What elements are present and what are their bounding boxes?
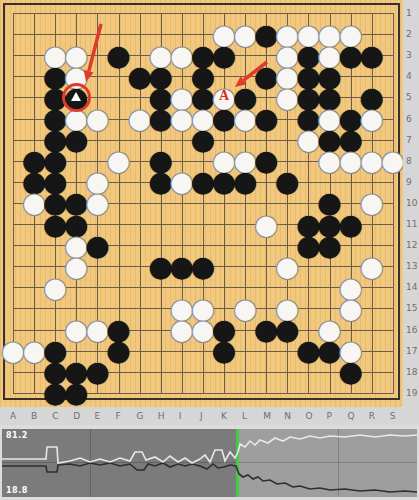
col-label-D: D <box>73 411 80 421</box>
stone-black-P12[interactable]: ● <box>319 235 340 256</box>
stone-black-H6[interactable]: ● <box>150 108 171 129</box>
stone-black-H13[interactable]: ● <box>150 256 171 277</box>
stone-black-O17[interactable]: ● <box>298 340 319 361</box>
stone-white-B10[interactable]: ● <box>24 192 45 213</box>
winrate-graph-panel[interactable]: 81.2 18.8 <box>0 425 419 500</box>
row-label-7: 7 <box>406 135 412 145</box>
col-label-H: H <box>158 411 165 421</box>
go-app-window: ●●●●●●●●●●●●●●●●●●●●●●●●●●●●●●●●●●●●●●●●… <box>0 0 419 500</box>
stone-black-F3[interactable]: ● <box>108 45 129 66</box>
stone-white-G6[interactable]: ● <box>129 108 150 129</box>
col-label-L: L <box>242 411 247 421</box>
col-label-J: J <box>200 411 203 421</box>
stone-black-E18[interactable]: ● <box>87 361 108 382</box>
row-coordinates-strip: 12345678910111213141516171819 <box>403 0 419 407</box>
row-label-4: 4 <box>406 71 412 81</box>
col-label-P: P <box>327 411 332 421</box>
stone-white-R10[interactable]: ● <box>361 192 382 213</box>
stone-white-I9[interactable]: ● <box>171 171 192 192</box>
row-label-11: 11 <box>406 219 417 229</box>
stone-black-Q3[interactable]: ● <box>340 45 361 66</box>
stone-black-J9[interactable]: ● <box>192 171 213 192</box>
stone-white-L2[interactable]: ● <box>235 24 256 45</box>
stone-white-E10[interactable]: ● <box>87 192 108 213</box>
column-coordinates-strip: ABCDEFGHIJKLMNOPQRS <box>0 407 419 425</box>
stone-white-R8[interactable]: ● <box>361 150 382 171</box>
col-label-B: B <box>31 411 37 421</box>
stone-white-N13[interactable]: ● <box>277 256 298 277</box>
row-label-1: 1 <box>406 8 412 18</box>
stone-white-F8[interactable]: ● <box>108 150 129 171</box>
col-label-S: S <box>390 411 396 421</box>
row-label-9: 9 <box>406 177 412 187</box>
stone-black-D7[interactable]: ● <box>66 129 87 150</box>
stone-black-K6[interactable]: ● <box>214 108 235 129</box>
stone-black-N9[interactable]: ● <box>277 171 298 192</box>
row-label-8: 8 <box>406 156 412 166</box>
stone-black-Q18[interactable]: ● <box>340 361 361 382</box>
stone-black-E12[interactable]: ● <box>87 235 108 256</box>
stone-white-R6[interactable]: ● <box>361 108 382 129</box>
winrate-bottom-label: 18.8 <box>6 486 28 495</box>
grid-line-vertical <box>393 13 394 394</box>
stone-white-D16[interactable]: ● <box>66 319 87 340</box>
row-label-14: 14 <box>406 282 417 292</box>
stone-black-D19[interactable]: ● <box>66 382 87 403</box>
col-label-I: I <box>179 411 182 421</box>
col-label-R: R <box>369 411 375 421</box>
stone-black-C19[interactable]: ● <box>45 382 66 403</box>
row-label-10: 10 <box>406 198 417 208</box>
col-label-A: A <box>10 411 16 421</box>
go-board[interactable]: ●●●●●●●●●●●●●●●●●●●●●●●●●●●●●●●●●●●●●●●●… <box>0 0 403 407</box>
row-label-18: 18 <box>406 367 417 377</box>
stone-white-B17[interactable]: ● <box>24 340 45 361</box>
winrate-top-label: 81.2 <box>6 431 28 440</box>
stone-white-L15[interactable]: ● <box>235 298 256 319</box>
row-label-5: 5 <box>406 92 412 102</box>
stone-white-E16[interactable]: ● <box>87 319 108 340</box>
stone-black-H9[interactable]: ● <box>150 171 171 192</box>
stone-white-R13[interactable]: ● <box>361 256 382 277</box>
row-label-16: 16 <box>406 325 417 335</box>
stone-white-N5[interactable]: ● <box>277 87 298 108</box>
row-label-12: 12 <box>406 240 417 250</box>
stone-black-K17[interactable]: ● <box>214 340 235 361</box>
stone-black-M8[interactable]: ● <box>256 150 277 171</box>
stone-black-C11[interactable]: ● <box>45 214 66 235</box>
stone-black-M4[interactable]: ● <box>256 66 277 87</box>
stone-white-P8[interactable]: ● <box>319 150 340 171</box>
row-label-15: 15 <box>406 303 417 313</box>
label-A-marker: A <box>219 88 229 104</box>
row-label-19: 19 <box>406 388 417 398</box>
row-label-13: 13 <box>406 261 417 271</box>
stone-black-R3[interactable]: ● <box>361 45 382 66</box>
stone-white-I3[interactable]: ● <box>171 45 192 66</box>
stone-black-G4[interactable]: ● <box>129 66 150 87</box>
stone-white-A17[interactable]: ● <box>3 340 24 361</box>
stone-black-K9[interactable]: ● <box>214 171 235 192</box>
stone-black-M2[interactable]: ● <box>256 24 277 45</box>
col-label-K: K <box>221 411 227 421</box>
stone-white-Q8[interactable]: ● <box>340 150 361 171</box>
col-label-Q: Q <box>348 411 355 421</box>
col-label-C: C <box>52 411 58 421</box>
stone-white-J16[interactable]: ● <box>192 319 213 340</box>
stone-white-I6[interactable]: ● <box>171 108 192 129</box>
stone-black-F17[interactable]: ● <box>108 340 129 361</box>
winrate-graph[interactable]: 81.2 18.8 <box>2 429 417 497</box>
stone-white-E6[interactable]: ● <box>87 108 108 129</box>
row-label-2: 2 <box>406 29 412 39</box>
col-label-O: O <box>305 411 312 421</box>
stone-black-J13[interactable]: ● <box>192 256 213 277</box>
stone-black-M16[interactable]: ● <box>256 319 277 340</box>
stone-black-N16[interactable]: ● <box>277 319 298 340</box>
row-label-3: 3 <box>406 50 412 60</box>
stone-white-C14[interactable]: ● <box>45 277 66 298</box>
col-label-M: M <box>263 411 271 421</box>
stone-black-O12[interactable]: ● <box>298 235 319 256</box>
stone-white-I16[interactable]: ● <box>171 319 192 340</box>
stone-white-D13[interactable]: ● <box>66 256 87 277</box>
stone-black-J7[interactable]: ● <box>192 129 213 150</box>
stone-white-S8[interactable]: ● <box>382 150 403 171</box>
grid-line-horizontal <box>13 287 394 288</box>
stone-black-M6[interactable]: ● <box>256 108 277 129</box>
col-label-N: N <box>284 411 291 421</box>
stone-black-I13[interactable]: ● <box>171 256 192 277</box>
stone-black-L9[interactable]: ● <box>235 171 256 192</box>
row-label-6: 6 <box>406 114 412 124</box>
col-label-E: E <box>94 411 100 421</box>
col-label-F: F <box>116 411 121 421</box>
stone-white-L6[interactable]: ● <box>235 108 256 129</box>
grid-line-vertical <box>245 13 246 394</box>
stone-black-K3[interactable]: ● <box>214 45 235 66</box>
stone-white-O7[interactable]: ● <box>298 129 319 150</box>
stone-white-Q15[interactable]: ● <box>340 298 361 319</box>
row-label-17: 17 <box>406 346 417 356</box>
stone-white-M11[interactable]: ● <box>256 214 277 235</box>
col-label-G: G <box>137 411 144 421</box>
stone-black-Q11[interactable]: ● <box>340 214 361 235</box>
stone-black-P17[interactable]: ● <box>319 340 340 361</box>
